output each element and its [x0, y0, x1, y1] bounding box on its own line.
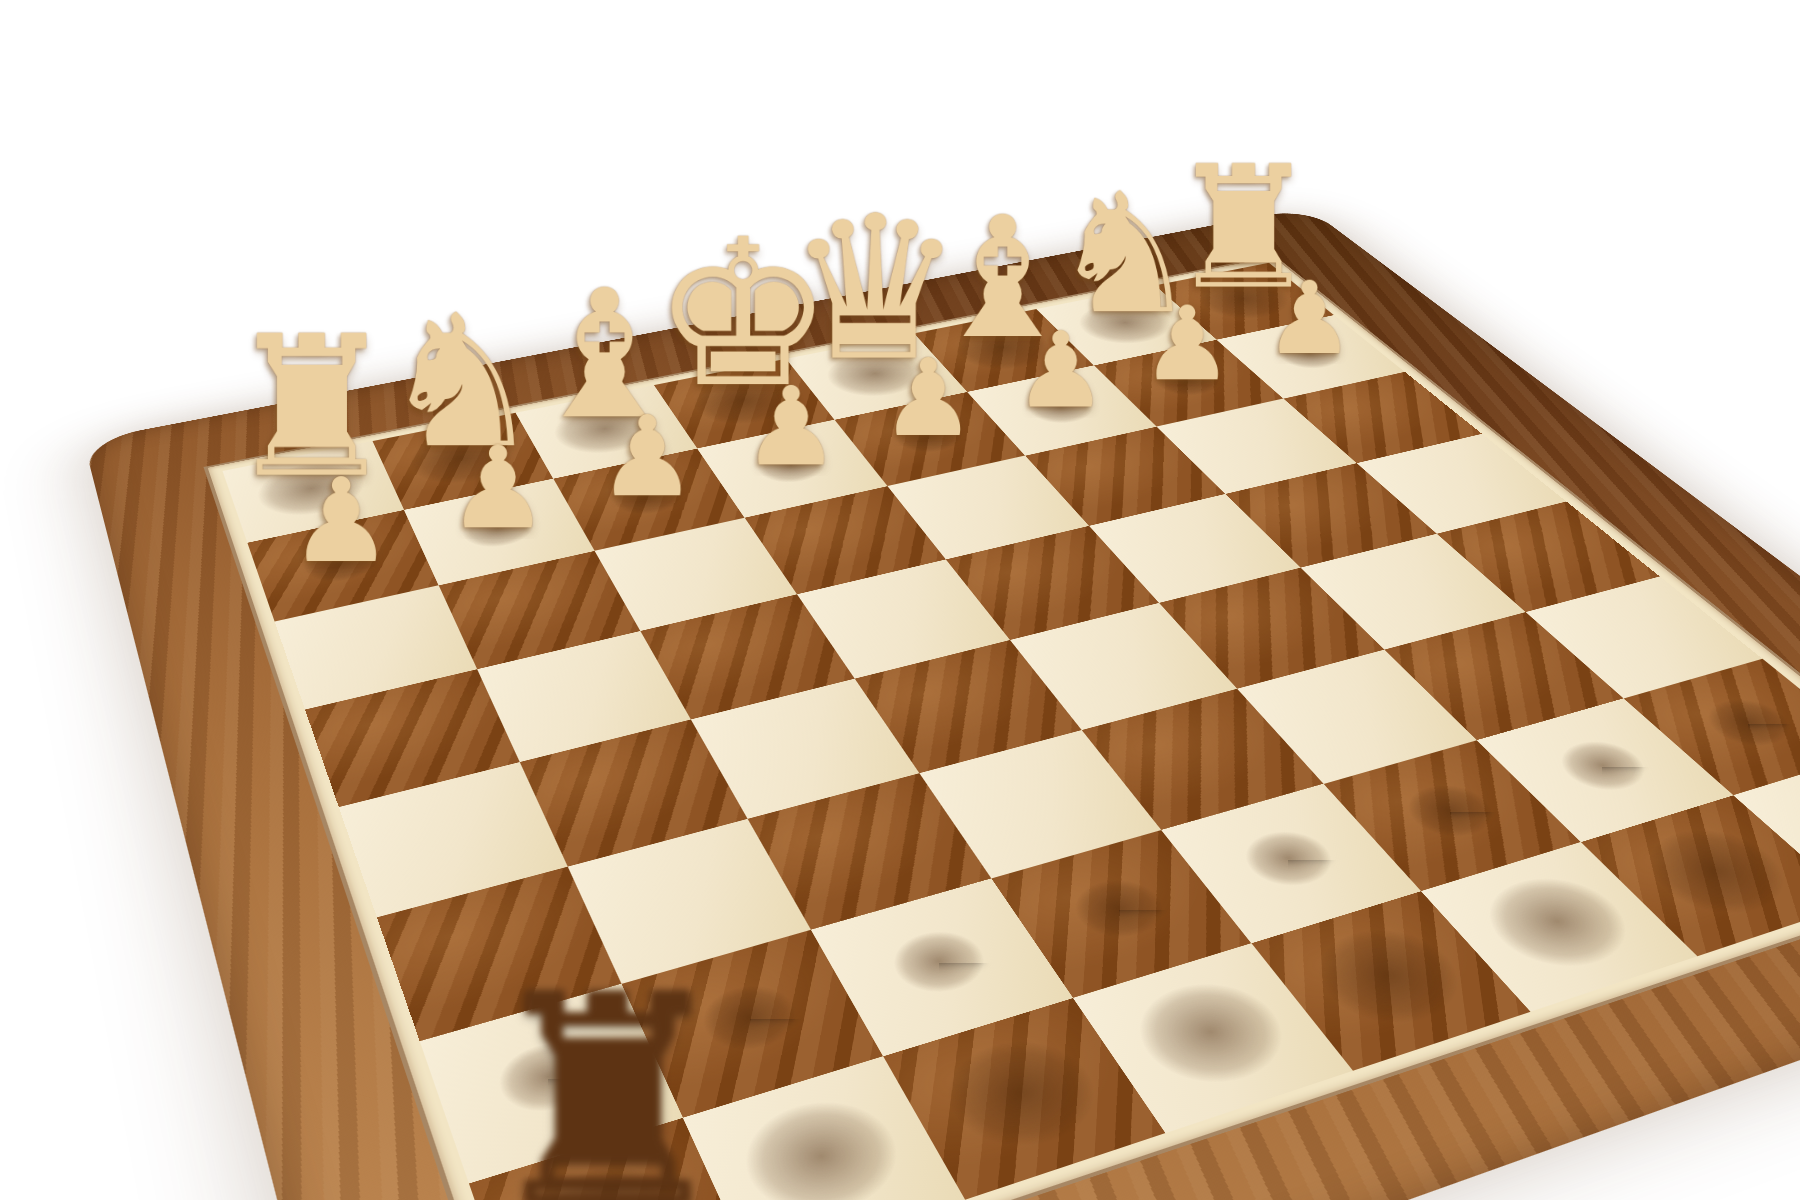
white-pawn-glyph: ♟ [881, 345, 977, 452]
white-pawn-glyph: ♟ [289, 463, 393, 579]
photo-backdrop: ♜♞♝♚♛♝♞♜♟♟♟♟♟♟♟♟♟♟♟♟♟♟♟♟♜♞♝♚♛♝♞♜ [0, 0, 1800, 1200]
square-h8: ♜ [469, 1118, 753, 1200]
board-scene: ♜♞♝♚♛♝♞♜♟♟♟♟♟♟♟♟♟♟♟♟♟♟♟♟♜♞♝♚♛♝♞♜ [84, 207, 1800, 1200]
black-rook-glyph: ♜ [477, 956, 738, 1200]
white-pawn-glyph: ♟ [598, 401, 698, 512]
white-pawn-glyph: ♟ [1141, 293, 1233, 396]
board-camera: ♜♞♝♚♛♝♞♜♟♟♟♟♟♟♟♟♟♟♟♟♟♟♟♟♜♞♝♚♛♝♞♜ [210, 0, 1800, 1200]
